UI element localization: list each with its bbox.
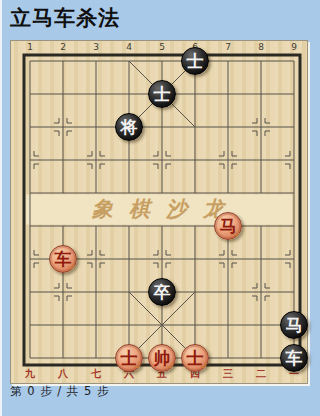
black-chariot-piece[interactable]: 车 xyxy=(280,344,308,372)
black-advisor-piece[interactable]: 士 xyxy=(148,80,176,108)
red-horse-piece[interactable]: 马 xyxy=(214,212,242,240)
red-general-piece[interactable]: 帅 xyxy=(148,344,176,372)
black-advisor-piece[interactable]: 士 xyxy=(181,47,209,75)
black-horse-piece[interactable]: 马 xyxy=(280,311,308,339)
black-soldier-piece[interactable]: 卒 xyxy=(148,278,176,306)
red-advisor-piece[interactable]: 士 xyxy=(181,344,209,372)
black-general-piece[interactable]: 将 xyxy=(115,113,143,141)
red-advisor-piece[interactable]: 士 xyxy=(115,344,143,372)
xiangqi-board[interactable]: 123456789 象棋沙龙 士士将马车卒马车士帅士 九八七六五四三二一 xyxy=(10,40,308,384)
page-title: 立马车杀法 xyxy=(10,4,120,32)
pieces-grid: 士士将马车卒马车士帅士 xyxy=(14,45,311,375)
red-chariot-piece[interactable]: 车 xyxy=(49,245,77,273)
move-counter-status: 第 0 步 / 共 5 步 xyxy=(10,384,109,399)
app-window: 立马车杀法 123456789 象棋沙龙 士士将马车卒马车士帅士 九八七六五四三… xyxy=(0,0,320,416)
